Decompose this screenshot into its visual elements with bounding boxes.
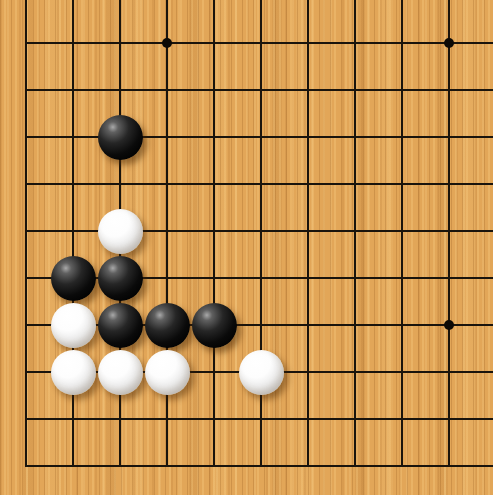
intersection-h8[interactable] <box>332 114 379 161</box>
intersection-k10[interactable] <box>426 20 473 67</box>
intersection-d6[interactable] <box>144 208 191 255</box>
intersection-e8[interactable] <box>191 114 238 161</box>
intersection-c8[interactable] <box>97 114 144 161</box>
intersection-c5[interactable] <box>97 255 144 302</box>
intersection-g7[interactable] <box>285 161 332 208</box>
intersection-h2[interactable] <box>332 396 379 443</box>
intersection-f5[interactable] <box>238 255 285 302</box>
intersection-f2[interactable] <box>238 396 285 443</box>
intersection-j1[interactable] <box>379 443 426 490</box>
intersection-g10[interactable] <box>285 20 332 67</box>
intersection-a4[interactable] <box>3 302 50 349</box>
go-board-screenshot <box>0 0 493 495</box>
intersection-g3[interactable] <box>285 349 332 396</box>
intersection-c10[interactable] <box>97 20 144 67</box>
stone-white-c3[interactable] <box>98 350 143 395</box>
intersection-h6[interactable] <box>332 208 379 255</box>
intersection-c7[interactable] <box>97 161 144 208</box>
intersection-j3[interactable] <box>379 349 426 396</box>
intersection-b8[interactable] <box>50 114 97 161</box>
intersection-h7[interactable] <box>332 161 379 208</box>
intersection-c4[interactable] <box>97 302 144 349</box>
intersection-h1[interactable] <box>332 443 379 490</box>
intersection-e4[interactable] <box>191 302 238 349</box>
intersection-g5[interactable] <box>285 255 332 302</box>
intersection-f3[interactable] <box>238 349 285 396</box>
intersection-b6[interactable] <box>50 208 97 255</box>
intersection-f10[interactable] <box>238 20 285 67</box>
intersection-d7[interactable] <box>144 161 191 208</box>
intersection-g8[interactable] <box>285 114 332 161</box>
intersection-f1[interactable] <box>238 443 285 490</box>
intersection-j6[interactable] <box>379 208 426 255</box>
intersection-h10[interactable] <box>332 20 379 67</box>
intersection-h9[interactable] <box>332 67 379 114</box>
intersection-g2[interactable] <box>285 396 332 443</box>
intersection-h3[interactable] <box>332 349 379 396</box>
intersection-a9[interactable] <box>3 67 50 114</box>
stone-white-c6[interactable] <box>98 209 143 254</box>
intersection-d2[interactable] <box>144 396 191 443</box>
intersection-f9[interactable] <box>238 67 285 114</box>
stone-white-b4[interactable] <box>51 303 96 348</box>
intersection-c2[interactable] <box>97 396 144 443</box>
intersection-k6[interactable] <box>426 208 473 255</box>
intersection-b4[interactable] <box>50 302 97 349</box>
stone-black-c8[interactable] <box>98 115 143 160</box>
intersection-k1[interactable] <box>426 443 473 490</box>
intersection-a6[interactable] <box>3 208 50 255</box>
stone-black-e4[interactable] <box>192 303 237 348</box>
intersection-j8[interactable] <box>379 114 426 161</box>
intersection-g9[interactable] <box>285 67 332 114</box>
intersection-b3[interactable] <box>50 349 97 396</box>
intersection-b2[interactable] <box>50 396 97 443</box>
intersection-b10[interactable] <box>50 20 97 67</box>
intersection-d1[interactable] <box>144 443 191 490</box>
intersection-d4[interactable] <box>144 302 191 349</box>
intersection-k8[interactable] <box>426 114 473 161</box>
intersection-e1[interactable] <box>191 443 238 490</box>
stone-black-c5[interactable] <box>98 256 143 301</box>
stone-black-b5[interactable] <box>51 256 96 301</box>
intersection-j10[interactable] <box>379 20 426 67</box>
intersection-b9[interactable] <box>50 67 97 114</box>
intersection-c9[interactable] <box>97 67 144 114</box>
intersection-d10[interactable] <box>144 20 191 67</box>
stone-white-f3[interactable] <box>239 350 284 395</box>
intersection-j9[interactable] <box>379 67 426 114</box>
intersection-k3[interactable] <box>426 349 473 396</box>
intersection-e9[interactable] <box>191 67 238 114</box>
intersection-j7[interactable] <box>379 161 426 208</box>
intersection-c6[interactable] <box>97 208 144 255</box>
intersection-b1[interactable] <box>50 443 97 490</box>
intersection-f8[interactable] <box>238 114 285 161</box>
intersection-e3[interactable] <box>191 349 238 396</box>
intersection-e2[interactable] <box>191 396 238 443</box>
intersection-d5[interactable] <box>144 255 191 302</box>
intersection-a8[interactable] <box>3 114 50 161</box>
intersection-d3[interactable] <box>144 349 191 396</box>
stone-white-b3[interactable] <box>51 350 96 395</box>
intersection-k2[interactable] <box>426 396 473 443</box>
stone-black-d4[interactable] <box>145 303 190 348</box>
stone-white-d3[interactable] <box>145 350 190 395</box>
intersection-j5[interactable] <box>379 255 426 302</box>
intersection-b5[interactable] <box>50 255 97 302</box>
intersection-f6[interactable] <box>238 208 285 255</box>
go-board[interactable] <box>3 20 473 490</box>
intersection-k4[interactable] <box>426 302 473 349</box>
intersection-k7[interactable] <box>426 161 473 208</box>
intersection-f7[interactable] <box>238 161 285 208</box>
intersection-e6[interactable] <box>191 208 238 255</box>
intersection-e7[interactable] <box>191 161 238 208</box>
intersection-e10[interactable] <box>191 20 238 67</box>
intersection-a2[interactable] <box>3 396 50 443</box>
intersection-e5[interactable] <box>191 255 238 302</box>
stone-black-c4[interactable] <box>98 303 143 348</box>
intersection-c1[interactable] <box>97 443 144 490</box>
intersection-c3[interactable] <box>97 349 144 396</box>
intersection-d8[interactable] <box>144 114 191 161</box>
intersection-h4[interactable] <box>332 302 379 349</box>
intersection-a10[interactable] <box>3 20 50 67</box>
intersection-g4[interactable] <box>285 302 332 349</box>
intersection-a7[interactable] <box>3 161 50 208</box>
intersection-a1[interactable] <box>3 443 50 490</box>
intersection-h5[interactable] <box>332 255 379 302</box>
intersection-f4[interactable] <box>238 302 285 349</box>
intersection-j2[interactable] <box>379 396 426 443</box>
intersection-a5[interactable] <box>3 255 50 302</box>
intersection-g1[interactable] <box>285 443 332 490</box>
intersection-k5[interactable] <box>426 255 473 302</box>
intersection-a3[interactable] <box>3 349 50 396</box>
intersection-j4[interactable] <box>379 302 426 349</box>
intersection-d9[interactable] <box>144 67 191 114</box>
intersection-b7[interactable] <box>50 161 97 208</box>
intersection-g6[interactable] <box>285 208 332 255</box>
intersection-k9[interactable] <box>426 67 473 114</box>
